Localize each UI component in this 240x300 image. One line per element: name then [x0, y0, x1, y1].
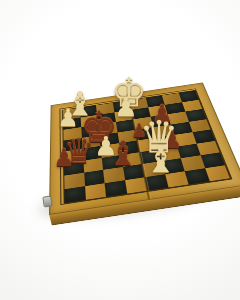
square-h3[interactable]	[196, 141, 220, 156]
piece-white-bishop[interactable]: ♝	[145, 143, 176, 178]
square-h1[interactable]	[205, 165, 230, 181]
piece-black-pawn[interactable]: ♟	[53, 146, 75, 170]
chess-set-photo: ♚♝♟♟♟♟♚♟♛♟♛♝♟♝	[0, 0, 240, 300]
square-h2[interactable]	[200, 152, 224, 168]
piece-white-pawn[interactable]: ♟	[57, 106, 79, 130]
square-g2[interactable]	[181, 155, 205, 171]
square-h4[interactable]	[192, 129, 215, 143]
piece-black-bishop[interactable]: ♝	[108, 137, 138, 170]
metal-clasp-icon	[42, 195, 52, 207]
square-c1[interactable]	[105, 180, 127, 197]
square-a2[interactable]	[64, 173, 84, 189]
square-g1[interactable]	[185, 168, 210, 184]
square-a1[interactable]	[65, 186, 86, 203]
square-b2[interactable]	[84, 170, 105, 186]
square-b1[interactable]	[85, 183, 107, 200]
